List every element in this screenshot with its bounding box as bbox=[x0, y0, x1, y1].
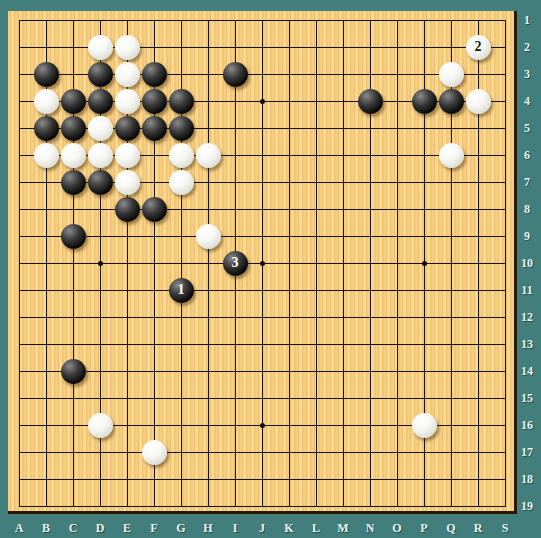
white-stone-B4 bbox=[34, 89, 59, 114]
white-stone-G6 bbox=[169, 143, 194, 168]
white-stone-H6 bbox=[196, 143, 221, 168]
row-label-19: 19 bbox=[521, 499, 533, 514]
white-stone-E2 bbox=[115, 35, 140, 60]
row-label-15: 15 bbox=[521, 391, 533, 406]
white-stone-G7 bbox=[169, 170, 194, 195]
white-stone-C6 bbox=[61, 143, 86, 168]
row-label-17: 17 bbox=[521, 445, 533, 460]
col-label-I: I bbox=[233, 521, 238, 536]
black-stone-D3 bbox=[88, 62, 113, 87]
col-label-E: E bbox=[123, 521, 131, 536]
row-label-12: 12 bbox=[521, 310, 533, 325]
row-label-11: 11 bbox=[521, 283, 532, 298]
black-stone-I3 bbox=[223, 62, 248, 87]
col-label-R: R bbox=[474, 521, 483, 536]
white-stone-D5 bbox=[88, 116, 113, 141]
row-label-9: 9 bbox=[524, 229, 530, 244]
col-label-J: J bbox=[259, 521, 265, 536]
white-stone-P16 bbox=[412, 413, 437, 438]
row-label-5: 5 bbox=[524, 121, 530, 136]
black-stone-F4 bbox=[142, 89, 167, 114]
star-point-D10 bbox=[98, 261, 103, 266]
go-board[interactable]: 312 bbox=[8, 11, 517, 514]
row-label-10: 10 bbox=[521, 256, 533, 271]
black-stone-N4 bbox=[358, 89, 383, 114]
black-stone-C5 bbox=[61, 116, 86, 141]
white-stone-R2: 2 bbox=[466, 35, 491, 60]
black-stone-G5 bbox=[169, 116, 194, 141]
white-stone-B6 bbox=[34, 143, 59, 168]
row-label-13: 13 bbox=[521, 337, 533, 352]
black-stone-Q4 bbox=[439, 89, 464, 114]
black-stone-F3 bbox=[142, 62, 167, 87]
row-label-14: 14 bbox=[521, 364, 533, 379]
row-label-1: 1 bbox=[524, 13, 530, 28]
black-stone-I10: 3 bbox=[223, 251, 248, 276]
white-stone-E6 bbox=[115, 143, 140, 168]
col-label-B: B bbox=[42, 521, 50, 536]
row-label-7: 7 bbox=[524, 175, 530, 190]
row-label-6: 6 bbox=[524, 148, 530, 163]
white-stone-D6 bbox=[88, 143, 113, 168]
row-label-4: 4 bbox=[524, 94, 530, 109]
diagram-frame: 312 ABCDEFGHIJKLMNOPQRS12345678910111213… bbox=[0, 0, 541, 538]
black-stone-C4 bbox=[61, 89, 86, 114]
col-label-P: P bbox=[420, 521, 427, 536]
black-stone-B5 bbox=[34, 116, 59, 141]
white-stone-E4 bbox=[115, 89, 140, 114]
black-stone-E5 bbox=[115, 116, 140, 141]
col-label-D: D bbox=[96, 521, 105, 536]
move-number-label: 3 bbox=[232, 256, 239, 270]
white-stone-R4 bbox=[466, 89, 491, 114]
row-label-18: 18 bbox=[521, 472, 533, 487]
move-number-label: 2 bbox=[475, 40, 482, 54]
black-stone-D4 bbox=[88, 89, 113, 114]
row-label-16: 16 bbox=[521, 418, 533, 433]
black-stone-C9 bbox=[61, 224, 86, 249]
black-stone-G4 bbox=[169, 89, 194, 114]
row-label-8: 8 bbox=[524, 202, 530, 217]
col-label-L: L bbox=[312, 521, 320, 536]
black-stone-F5 bbox=[142, 116, 167, 141]
white-stone-E3 bbox=[115, 62, 140, 87]
col-label-M: M bbox=[337, 521, 348, 536]
white-stone-H9 bbox=[196, 224, 221, 249]
black-stone-B3 bbox=[34, 62, 59, 87]
black-stone-P4 bbox=[412, 89, 437, 114]
black-stone-C7 bbox=[61, 170, 86, 195]
col-label-A: A bbox=[15, 521, 24, 536]
black-stone-F8 bbox=[142, 197, 167, 222]
black-stone-C14 bbox=[61, 359, 86, 384]
star-point-J4 bbox=[260, 99, 265, 104]
col-label-K: K bbox=[284, 521, 293, 536]
col-label-C: C bbox=[69, 521, 78, 536]
black-stone-E8 bbox=[115, 197, 140, 222]
star-point-J10 bbox=[260, 261, 265, 266]
black-stone-G11: 1 bbox=[169, 278, 194, 303]
white-stone-F17 bbox=[142, 440, 167, 465]
row-label-2: 2 bbox=[524, 40, 530, 55]
col-label-S: S bbox=[502, 521, 509, 536]
white-stone-Q3 bbox=[439, 62, 464, 87]
col-label-H: H bbox=[203, 521, 212, 536]
star-point-J16 bbox=[260, 423, 265, 428]
col-label-Q: Q bbox=[446, 521, 455, 536]
white-stone-D16 bbox=[88, 413, 113, 438]
col-label-G: G bbox=[176, 521, 185, 536]
row-label-3: 3 bbox=[524, 67, 530, 82]
col-label-O: O bbox=[392, 521, 401, 536]
white-stone-Q6 bbox=[439, 143, 464, 168]
move-number-label: 1 bbox=[178, 283, 185, 297]
white-stone-E7 bbox=[115, 170, 140, 195]
col-label-F: F bbox=[150, 521, 157, 536]
black-stone-D7 bbox=[88, 170, 113, 195]
col-label-N: N bbox=[366, 521, 375, 536]
white-stone-D2 bbox=[88, 35, 113, 60]
star-point-P10 bbox=[422, 261, 427, 266]
